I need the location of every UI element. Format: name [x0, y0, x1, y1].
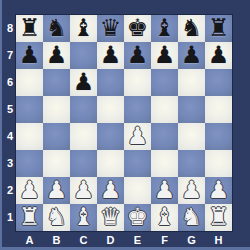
rank-label-8: 8 — [0, 15, 13, 42]
square-h5[interactable] — [205, 96, 232, 123]
square-e6[interactable] — [124, 69, 151, 96]
piece-black-pawn-h7[interactable]: ♟ — [205, 42, 232, 69]
square-h3[interactable] — [205, 150, 232, 177]
piece-black-pawn-e7[interactable]: ♟ — [124, 42, 151, 69]
square-d2[interactable]: ♟ — [97, 177, 124, 204]
chess-diagram: ♜♞♝♛♚♝♞♜♟♟♟♟♟♟♟♟♟♟♟♟♟♟♟♟♜♞♝♛♚♝♞♜ 8765432… — [0, 0, 250, 250]
square-h8[interactable]: ♜ — [205, 15, 232, 42]
square-b4[interactable] — [43, 123, 70, 150]
square-a1[interactable]: ♜ — [16, 204, 43, 231]
piece-black-pawn-f7[interactable]: ♟ — [151, 42, 178, 69]
rank-label-4: 4 — [0, 123, 13, 150]
square-c6[interactable]: ♟ — [70, 69, 97, 96]
square-d7[interactable]: ♟ — [97, 42, 124, 69]
file-label-g: G — [178, 233, 205, 248]
square-d3[interactable] — [97, 150, 124, 177]
square-f7[interactable]: ♟ — [151, 42, 178, 69]
square-e4[interactable]: ♟ — [124, 123, 151, 150]
piece-black-bishop-c8[interactable]: ♝ — [70, 15, 97, 42]
piece-white-king-e1[interactable]: ♚ — [124, 204, 151, 231]
file-label-b: B — [43, 233, 70, 248]
rank-label-1: 1 — [0, 204, 13, 231]
square-e1[interactable]: ♚ — [124, 204, 151, 231]
square-b5[interactable] — [43, 96, 70, 123]
file-label-h: H — [205, 233, 232, 248]
piece-white-pawn-a2[interactable]: ♟ — [16, 177, 43, 204]
piece-black-knight-b8[interactable]: ♞ — [43, 15, 70, 42]
square-c8[interactable]: ♝ — [70, 15, 97, 42]
square-c7[interactable] — [70, 42, 97, 69]
square-h4[interactable] — [205, 123, 232, 150]
square-e8[interactable]: ♚ — [124, 15, 151, 42]
square-c1[interactable]: ♝ — [70, 204, 97, 231]
square-h2[interactable]: ♟ — [205, 177, 232, 204]
file-label-c: C — [70, 233, 97, 248]
square-g2[interactable]: ♟ — [178, 177, 205, 204]
piece-white-bishop-c1[interactable]: ♝ — [70, 204, 97, 231]
square-d1[interactable]: ♛ — [97, 204, 124, 231]
square-f5[interactable] — [151, 96, 178, 123]
piece-black-bishop-f8[interactable]: ♝ — [151, 15, 178, 42]
file-label-a: A — [16, 233, 43, 248]
square-a2[interactable]: ♟ — [16, 177, 43, 204]
piece-white-rook-a1[interactable]: ♜ — [16, 204, 43, 231]
rank-label-7: 7 — [0, 42, 13, 69]
square-g7[interactable]: ♟ — [178, 42, 205, 69]
square-d4[interactable] — [97, 123, 124, 150]
piece-white-pawn-c2[interactable]: ♟ — [70, 177, 97, 204]
square-a8[interactable]: ♜ — [16, 15, 43, 42]
square-g3[interactable] — [178, 150, 205, 177]
piece-white-knight-g1[interactable]: ♞ — [178, 204, 205, 231]
square-b2[interactable]: ♟ — [43, 177, 70, 204]
piece-black-knight-g8[interactable]: ♞ — [178, 15, 205, 42]
piece-black-pawn-c6[interactable]: ♟ — [70, 69, 97, 96]
piece-white-bishop-f1[interactable]: ♝ — [151, 204, 178, 231]
square-f4[interactable] — [151, 123, 178, 150]
rank-label-6: 6 — [0, 69, 13, 96]
square-g5[interactable] — [178, 96, 205, 123]
square-c4[interactable] — [70, 123, 97, 150]
square-b1[interactable]: ♞ — [43, 204, 70, 231]
square-c2[interactable]: ♟ — [70, 177, 97, 204]
file-label-f: F — [151, 233, 178, 248]
square-e3[interactable] — [124, 150, 151, 177]
square-a7[interactable]: ♟ — [16, 42, 43, 69]
square-a6[interactable] — [16, 69, 43, 96]
piece-black-pawn-g7[interactable]: ♟ — [178, 42, 205, 69]
file-label-e: E — [124, 233, 151, 248]
square-c3[interactable] — [70, 150, 97, 177]
square-f2[interactable]: ♟ — [151, 177, 178, 204]
piece-white-pawn-h2[interactable]: ♟ — [205, 177, 232, 204]
square-f6[interactable] — [151, 69, 178, 96]
piece-white-knight-b1[interactable]: ♞ — [43, 204, 70, 231]
piece-white-pawn-e4[interactable]: ♟ — [124, 123, 151, 150]
square-b3[interactable] — [43, 150, 70, 177]
piece-white-rook-h1[interactable]: ♜ — [205, 204, 232, 231]
piece-white-pawn-f2[interactable]: ♟ — [151, 177, 178, 204]
piece-black-rook-h8[interactable]: ♜ — [205, 15, 232, 42]
piece-white-pawn-d2[interactable]: ♟ — [97, 177, 124, 204]
square-a4[interactable] — [16, 123, 43, 150]
square-h1[interactable]: ♜ — [205, 204, 232, 231]
square-e2[interactable] — [124, 177, 151, 204]
square-a5[interactable] — [16, 96, 43, 123]
square-f1[interactable]: ♝ — [151, 204, 178, 231]
square-g6[interactable] — [178, 69, 205, 96]
rank-label-5: 5 — [0, 96, 13, 123]
square-d6[interactable] — [97, 69, 124, 96]
square-f3[interactable] — [151, 150, 178, 177]
piece-black-pawn-d7[interactable]: ♟ — [97, 42, 124, 69]
square-b8[interactable]: ♞ — [43, 15, 70, 42]
square-f8[interactable]: ♝ — [151, 15, 178, 42]
square-h6[interactable] — [205, 69, 232, 96]
square-a3[interactable] — [16, 150, 43, 177]
piece-white-pawn-b2[interactable]: ♟ — [43, 177, 70, 204]
square-b6[interactable] — [43, 69, 70, 96]
piece-black-king-e8[interactable]: ♚ — [124, 15, 151, 42]
rank-label-2: 2 — [0, 177, 13, 204]
square-g1[interactable]: ♞ — [178, 204, 205, 231]
square-g8[interactable]: ♞ — [178, 15, 205, 42]
square-d8[interactable]: ♛ — [97, 15, 124, 42]
piece-white-queen-d1[interactable]: ♛ — [97, 204, 124, 231]
piece-black-pawn-b7[interactable]: ♟ — [43, 42, 70, 69]
square-g4[interactable] — [178, 123, 205, 150]
piece-black-rook-a8[interactable]: ♜ — [16, 15, 43, 42]
chess-board: ♜♞♝♛♚♝♞♜♟♟♟♟♟♟♟♟♟♟♟♟♟♟♟♟♜♞♝♛♚♝♞♜ — [16, 15, 232, 231]
square-d5[interactable] — [97, 96, 124, 123]
file-label-d: D — [97, 233, 124, 248]
square-e7[interactable]: ♟ — [124, 42, 151, 69]
piece-black-pawn-a7[interactable]: ♟ — [16, 42, 43, 69]
square-c5[interactable] — [70, 96, 97, 123]
piece-white-pawn-g2[interactable]: ♟ — [178, 177, 205, 204]
square-h7[interactable]: ♟ — [205, 42, 232, 69]
piece-black-queen-d8[interactable]: ♛ — [97, 15, 124, 42]
square-b7[interactable]: ♟ — [43, 42, 70, 69]
rank-label-3: 3 — [0, 150, 13, 177]
square-e5[interactable] — [124, 96, 151, 123]
